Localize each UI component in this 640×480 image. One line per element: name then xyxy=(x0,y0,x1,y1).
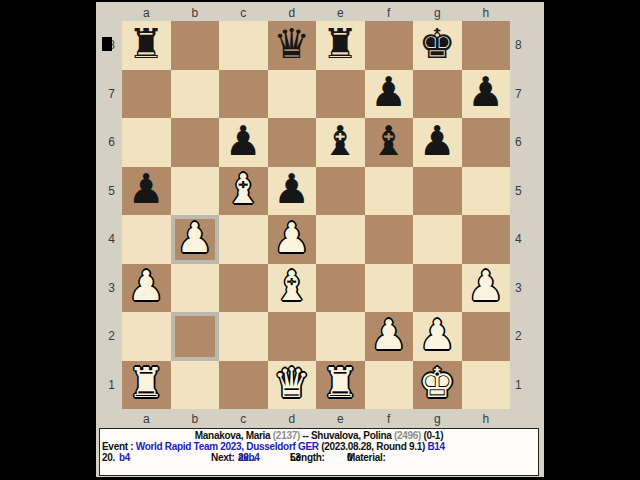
square-e8[interactable]: ♜ xyxy=(316,21,365,70)
black-rook-e8: ♜ xyxy=(322,24,359,65)
file-label-a: a xyxy=(122,412,171,427)
square-c8[interactable] xyxy=(219,21,268,70)
square-f6[interactable]: ♝ xyxy=(365,118,414,167)
players-line: Manakova, Maria (2137) -- Shuvalova, Pol… xyxy=(100,430,538,441)
white-pawn-a3: ♟ xyxy=(128,266,165,307)
rank-label-4: 4 xyxy=(96,215,118,264)
event-line: Event : World Rapid Team 2023, Dusseldor… xyxy=(100,441,538,452)
square-e4[interactable] xyxy=(316,215,365,264)
square-h7[interactable]: ♟ xyxy=(462,70,511,119)
white-rook-a1: ♜ xyxy=(128,363,165,404)
black-king-g8: ♚ xyxy=(419,24,456,65)
square-b2[interactable] xyxy=(171,312,220,361)
square-g3[interactable] xyxy=(413,264,462,313)
square-c3[interactable] xyxy=(219,264,268,313)
square-a6[interactable] xyxy=(122,118,171,167)
square-g1[interactable]: ♚ xyxy=(413,361,462,410)
square-f4[interactable] xyxy=(365,215,414,264)
event-label: Event : xyxy=(102,441,133,452)
square-d8[interactable]: ♛ xyxy=(268,21,317,70)
square-c1[interactable] xyxy=(219,361,268,410)
square-e3[interactable] xyxy=(316,264,365,313)
rank-label-7: 7 xyxy=(96,70,118,119)
eco-code: B14 xyxy=(427,441,444,452)
white-pawn-g2: ♟ xyxy=(419,315,456,356)
square-g8[interactable]: ♚ xyxy=(413,21,462,70)
rank-label-3: 3 xyxy=(96,264,118,313)
file-label-b: b xyxy=(171,6,220,21)
rank-label-6: 6 xyxy=(96,118,118,167)
current-move[interactable]: b4 xyxy=(119,452,130,463)
app-window: abcdefgh 87654321 ♜♛♜♚♟♟♟♝♝♟♟♝♟♟♟♟♝♟♟♟♜♛… xyxy=(0,0,640,480)
square-b8[interactable] xyxy=(171,21,220,70)
file-label-d: d xyxy=(268,412,317,427)
square-d4[interactable]: ♟ xyxy=(268,215,317,264)
black-pawn-g6: ♟ xyxy=(419,121,456,162)
file-labels-top: abcdefgh xyxy=(122,6,510,21)
square-d5[interactable]: ♟ xyxy=(268,167,317,216)
square-b1[interactable] xyxy=(171,361,220,410)
black-player-name: Shuvalova, Polina xyxy=(311,430,391,441)
white-pawn-b4: ♟ xyxy=(176,218,213,259)
black-bishop-e6: ♝ xyxy=(322,121,359,162)
square-f2[interactable]: ♟ xyxy=(365,312,414,361)
black-rook-a8: ♜ xyxy=(128,24,165,65)
square-a2[interactable] xyxy=(122,312,171,361)
square-b5[interactable] xyxy=(171,167,220,216)
square-e5[interactable] xyxy=(316,167,365,216)
black-pawn-d5: ♟ xyxy=(273,169,310,210)
square-h1[interactable] xyxy=(462,361,511,410)
file-label-a: a xyxy=(122,6,171,21)
black-queen-d8: ♛ xyxy=(273,24,310,65)
square-g4[interactable] xyxy=(413,215,462,264)
square-h4[interactable] xyxy=(462,215,511,264)
square-f7[interactable]: ♟ xyxy=(365,70,414,119)
white-player-name: Manakova, Maria xyxy=(195,430,271,441)
rank-label-7: 7 xyxy=(512,70,534,119)
file-labels-bottom: abcdefgh xyxy=(122,412,510,427)
square-g2[interactable]: ♟ xyxy=(413,312,462,361)
square-a8[interactable]: ♜ xyxy=(122,21,171,70)
square-c6[interactable]: ♟ xyxy=(219,118,268,167)
file-label-e: e xyxy=(316,6,365,21)
square-f5[interactable] xyxy=(365,167,414,216)
white-pawn-f2: ♟ xyxy=(370,315,407,356)
white-player-elo: (2137) xyxy=(273,430,300,441)
square-d3[interactable]: ♝ xyxy=(268,264,317,313)
rank-label-8: 8 xyxy=(512,21,534,70)
file-label-b: b xyxy=(171,412,220,427)
file-label-d: d xyxy=(268,6,317,21)
square-c4[interactable] xyxy=(219,215,268,264)
white-queen-d1: ♛ xyxy=(273,363,310,404)
black-bishop-f6: ♝ xyxy=(370,121,407,162)
rank-label-3: 3 xyxy=(512,264,534,313)
black-pawn-a5: ♟ xyxy=(128,169,165,210)
white-king-g1: ♚ xyxy=(419,363,456,404)
chess-board: ♜♛♜♚♟♟♟♝♝♟♟♝♟♟♟♟♝♟♟♟♜♛♜♚ xyxy=(122,21,510,409)
file-label-c: c xyxy=(219,412,268,427)
white-bishop-c5: ♝ xyxy=(225,169,262,210)
black-pawn-h7: ♟ xyxy=(467,72,504,113)
file-label-h: h xyxy=(462,412,511,427)
event-name: World Rapid Team 2023, Dusseldorf GER xyxy=(136,441,319,452)
moves-line: 20. b4 Next: 20...axb4 Length: 53 Materi… xyxy=(100,452,538,463)
square-a1[interactable]: ♜ xyxy=(122,361,171,410)
square-d2[interactable] xyxy=(268,312,317,361)
file-label-e: e xyxy=(316,412,365,427)
black-pawn-f7: ♟ xyxy=(370,72,407,113)
square-g5[interactable] xyxy=(413,167,462,216)
square-f1[interactable] xyxy=(365,361,414,410)
square-f3[interactable] xyxy=(365,264,414,313)
square-h5[interactable] xyxy=(462,167,511,216)
game-info-panel: Manakova, Maria (2137) -- Shuvalova, Pol… xyxy=(99,428,539,476)
square-e7[interactable] xyxy=(316,70,365,119)
file-label-c: c xyxy=(219,6,268,21)
rank-label-2: 2 xyxy=(96,312,118,361)
file-label-f: f xyxy=(365,412,414,427)
file-label-g: g xyxy=(413,6,462,21)
rank-label-5: 5 xyxy=(512,167,534,216)
black-player-elo: (2496) xyxy=(394,430,421,441)
square-a5[interactable]: ♟ xyxy=(122,167,171,216)
square-a7[interactable] xyxy=(122,70,171,119)
rank-label-4: 4 xyxy=(512,215,534,264)
game-result: (0-1) xyxy=(424,430,444,441)
rank-label-5: 5 xyxy=(96,167,118,216)
white-pawn-h3: ♟ xyxy=(467,266,504,307)
square-e1[interactable]: ♜ xyxy=(316,361,365,410)
white-rook-e1: ♜ xyxy=(322,363,359,404)
file-label-f: f xyxy=(365,6,414,21)
event-details: (2023.08.28, Round 9.1) xyxy=(321,441,425,452)
rank-labels-left: 87654321 xyxy=(96,21,118,409)
square-d1[interactable]: ♛ xyxy=(268,361,317,410)
square-b6[interactable] xyxy=(171,118,220,167)
square-g6[interactable]: ♟ xyxy=(413,118,462,167)
white-pawn-d4: ♟ xyxy=(273,218,310,259)
rank-label-1: 1 xyxy=(512,361,534,410)
square-a4[interactable] xyxy=(122,215,171,264)
black-pawn-c6: ♟ xyxy=(225,121,262,162)
players-separator: -- xyxy=(302,430,308,441)
square-b3[interactable] xyxy=(171,264,220,313)
square-h6[interactable] xyxy=(462,118,511,167)
next-label: Next: xyxy=(211,452,235,463)
board-area: abcdefgh 87654321 ♜♛♜♚♟♟♟♝♝♟♟♝♟♟♟♟♝♟♟♟♜♛… xyxy=(96,2,544,477)
square-c7[interactable] xyxy=(219,70,268,119)
square-h3[interactable]: ♟ xyxy=(462,264,511,313)
rank-label-2: 2 xyxy=(512,312,534,361)
black-to-move-indicator xyxy=(102,37,112,51)
next-move-san: axb4 xyxy=(238,452,260,463)
square-a3[interactable]: ♟ xyxy=(122,264,171,313)
file-label-h: h xyxy=(462,6,511,21)
current-move-number: 20. xyxy=(102,452,115,463)
rank-label-1: 1 xyxy=(96,361,118,410)
rank-label-6: 6 xyxy=(512,118,534,167)
square-d6[interactable] xyxy=(268,118,317,167)
square-c2[interactable] xyxy=(219,312,268,361)
square-h8[interactable] xyxy=(462,21,511,70)
white-bishop-d3: ♝ xyxy=(273,266,310,307)
square-f8[interactable] xyxy=(365,21,414,70)
rank-labels-right: 87654321 xyxy=(512,21,534,409)
square-c5[interactable]: ♝ xyxy=(219,167,268,216)
square-g7[interactable] xyxy=(413,70,462,119)
file-label-g: g xyxy=(413,412,462,427)
square-b7[interactable] xyxy=(171,70,220,119)
square-b4[interactable]: ♟ xyxy=(171,215,220,264)
square-h2[interactable] xyxy=(462,312,511,361)
square-e6[interactable]: ♝ xyxy=(316,118,365,167)
square-d7[interactable] xyxy=(268,70,317,119)
square-e2[interactable] xyxy=(316,312,365,361)
